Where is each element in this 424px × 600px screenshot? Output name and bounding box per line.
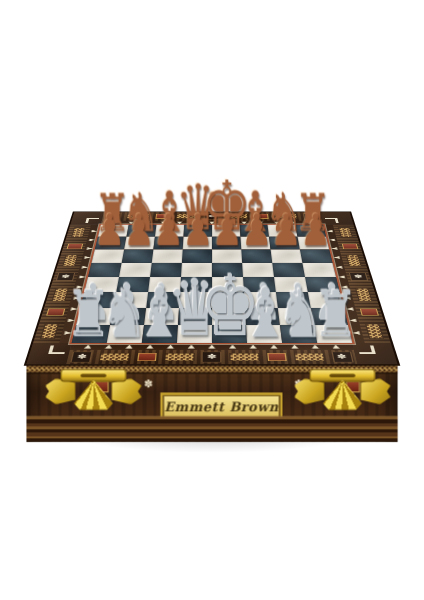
chess-box-top: ✽✽✽▼▼▼▼▼▼▼▼▼▼▼▼▼ ▲▲▲▲▲▲▲▲▲▲▲▲▲✽✽✽ ✽▶▶▶▶▶…: [26, 212, 397, 364]
piece-black-pawn[interactable]: ♟: [299, 208, 330, 252]
mosaic-inlay-icon: [99, 353, 131, 361]
mosaic-inlay-icon: [230, 353, 261, 361]
gem-inlay-icon: [341, 243, 358, 248]
mosaic-inlay-icon: [71, 227, 86, 237]
gem-inlay-icon: [137, 353, 156, 361]
scene: ✽✽✽▼▼▼▼▼▼▼▼▼▼▼▼▼ ▲▲▲▲▲▲▲▲▲▲▲▲▲✽✽✽ ✽▶▶▶▶▶…: [0, 0, 424, 600]
square-b7[interactable]: ♟: [124, 237, 155, 250]
frame-corner: [26, 343, 71, 364]
flower-inlay-icon: ✽: [202, 352, 222, 363]
mosaic-inlay-icon: [293, 353, 325, 361]
piece-black-pawn[interactable]: ♟: [152, 208, 183, 252]
flower-inlay-icon: ✽: [331, 352, 353, 363]
piece-white-rook[interactable]: ♜: [313, 283, 359, 347]
nameplate: Emmett Brown: [163, 395, 280, 418]
piece-black-pawn[interactable]: ♟: [93, 208, 124, 252]
mosaic-inlay-icon: [62, 255, 78, 266]
square-h7[interactable]: ♟: [298, 237, 330, 250]
gem-inlay-icon: [46, 309, 65, 316]
piece-white-king[interactable]: ♚: [199, 263, 260, 347]
mosaic-inlay-icon: [40, 324, 59, 339]
triangle-inlay-icon: ◀: [333, 256, 340, 259]
gem-inlay-icon: [66, 243, 83, 248]
nameplate-text: Emmett Brown: [164, 399, 278, 414]
corner-inlay-icon: [358, 345, 376, 354]
frame-corner: [352, 343, 397, 364]
piece-black-pawn[interactable]: ♟: [211, 208, 242, 252]
drawer-front: ✽ ✽ Emmett Brown: [26, 364, 397, 442]
mosaic-inlay-icon: [365, 324, 384, 339]
corner-inlay-icon: [48, 345, 66, 354]
piece-black-pawn[interactable]: ♟: [182, 208, 213, 252]
flower-inlay-icon: ✽: [71, 352, 93, 363]
square-c7[interactable]: ♟: [153, 237, 183, 250]
piece-black-pawn[interactable]: ♟: [123, 208, 154, 252]
square-g1[interactable]: ♞: [280, 325, 317, 343]
square-a7[interactable]: ♟: [95, 237, 127, 250]
right-clasp-icon: [294, 368, 390, 415]
square-e1[interactable]: ♚: [212, 325, 247, 343]
mosaic-inlay-icon: [164, 353, 195, 361]
mosaic-inlay-icon: [346, 255, 362, 266]
product-photo: ✽✽✽▼▼▼▼▼▼▼▼▼▼▼▼▼ ▲▲▲▲▲▲▲▲▲▲▲▲▲✽✽✽ ✽▶▶▶▶▶…: [0, 0, 424, 600]
triangle-inlay-icon: ◀: [335, 265, 342, 269]
corner-inlay-icon: [325, 218, 339, 223]
corner-inlay-icon: [85, 218, 99, 223]
chess-board: ♜♞♝♛♚♝♞♜♟♟♟♟♟♟♟♟♟♟♟♟♟♟♟♟♜♞♝♛♚♝♞♜: [69, 224, 355, 344]
piece-black-pawn[interactable]: ♟: [240, 208, 271, 252]
left-clasp-icon: [45, 368, 141, 415]
square-e7[interactable]: ♟: [212, 237, 241, 250]
mosaic-inlay-icon: [338, 227, 353, 237]
square-g7[interactable]: ♟: [269, 237, 300, 250]
square-f7[interactable]: ♟: [241, 237, 271, 250]
gem-inlay-icon: [359, 309, 378, 316]
gem-inlay-icon: [267, 353, 286, 361]
square-h1[interactable]: ♜: [314, 325, 352, 343]
flower-inlay-icon: ✽: [144, 380, 153, 391]
base-molding: [26, 416, 397, 442]
piece-black-pawn[interactable]: ♟: [270, 208, 301, 252]
triangle-inlay-icon: ◀: [331, 247, 338, 250]
square-d7[interactable]: ♟: [183, 237, 212, 250]
